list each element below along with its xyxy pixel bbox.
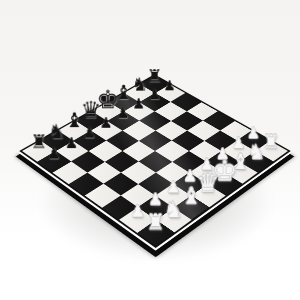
piece-white-rook: ♜ (146, 212, 165, 233)
piece-black-pawn: ♟ (116, 107, 129, 121)
piece-black-rook: ♜ (147, 67, 163, 84)
piece-black-bishop: ♝ (65, 111, 83, 131)
piece-black-pawn: ♟ (133, 97, 146, 111)
piece-black-pawn: ♟ (83, 126, 96, 141)
piece-white-pawn: ♟ (166, 180, 180, 196)
product-photo-scene: ♜♞♝♛♚♝♞♜♟♟♟♟♟♟♟♟♟♟♟♟♟♟♟♟♜♞♝♛♚♝♞♜ (0, 0, 300, 300)
piece-black-knight: ♞ (48, 121, 66, 141)
piece-black-pawn: ♟ (164, 79, 176, 93)
piece-white-bishop: ♝ (181, 185, 201, 208)
piece-black-rook: ♜ (30, 132, 47, 151)
perspective-wrapper: ♜♞♝♛♚♝♞♜♟♟♟♟♟♟♟♟♟♟♟♟♟♟♟♟♜♞♝♛♚♝♞♜ (0, 0, 300, 300)
piece-white-pawn: ♟ (148, 192, 163, 208)
piece-white-pawn: ♟ (183, 168, 197, 184)
piece-black-queen: ♛ (81, 98, 102, 121)
piece-white-knight: ♞ (164, 198, 184, 220)
piece-black-pawn: ♟ (47, 147, 61, 162)
piece-white-rook: ♜ (263, 132, 280, 151)
piece-black-pawn: ♟ (148, 88, 161, 102)
piece-black-pawn: ♟ (100, 116, 113, 131)
piece-white-pawn: ♟ (130, 204, 145, 220)
board-surface: ♜♞♝♛♚♝♞♜♟♟♟♟♟♟♟♟♟♟♟♟♟♟♟♟♜♞♝♛♚♝♞♜ (19, 74, 291, 248)
chess-board: ♜♞♝♛♚♝♞♜♟♟♟♟♟♟♟♟♟♟♟♟♟♟♟♟♜♞♝♛♚♝♞♜ (19, 74, 291, 248)
piece-black-knight: ♞ (131, 75, 148, 93)
piece-black-pawn: ♟ (65, 136, 78, 151)
